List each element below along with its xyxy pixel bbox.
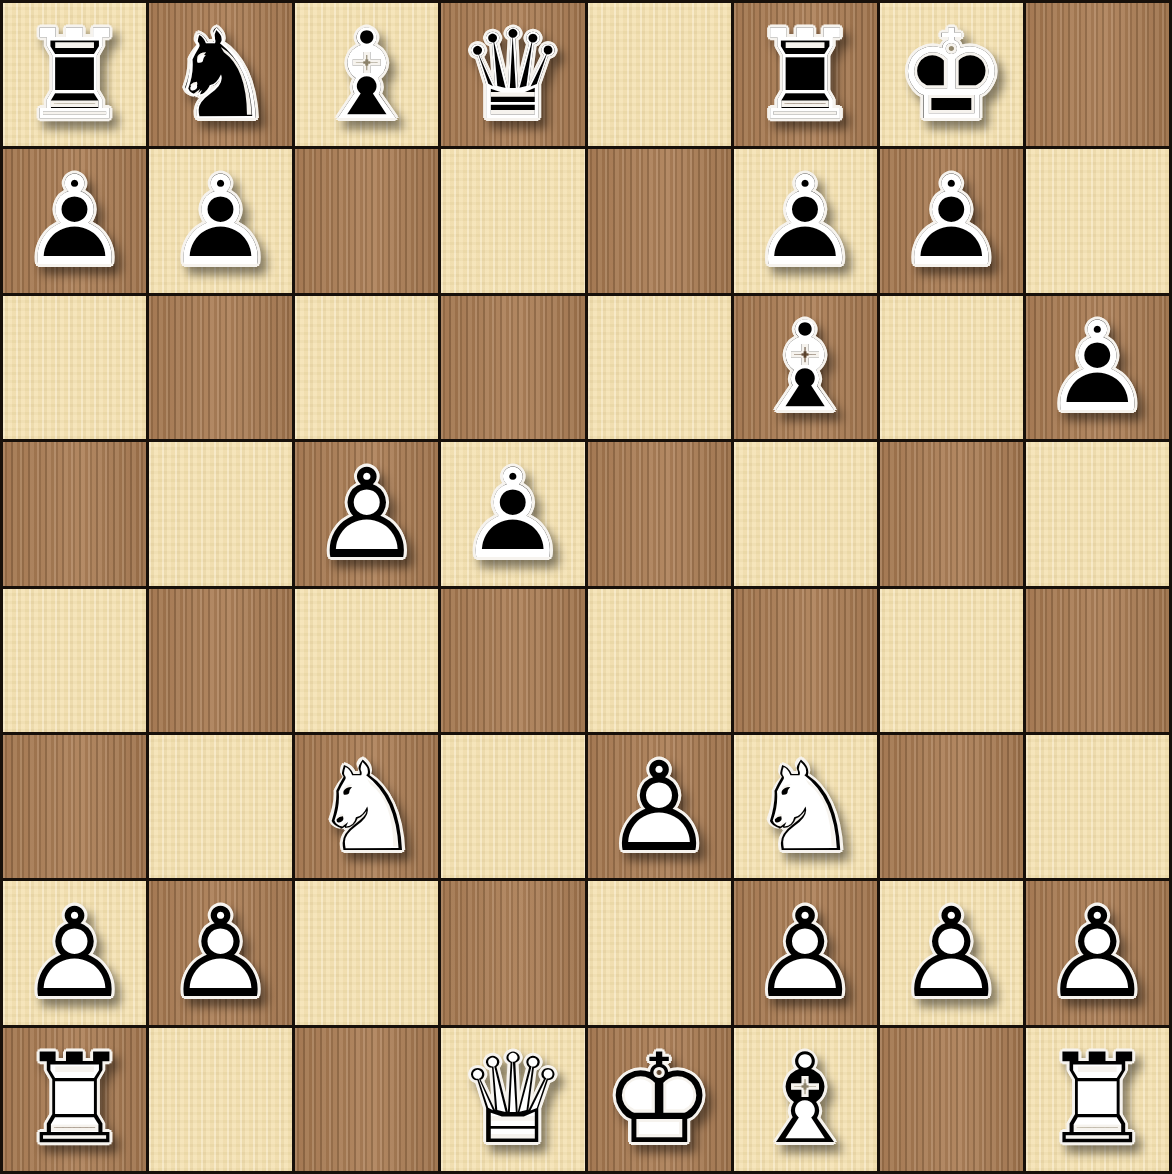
white-pawn[interactable]: ♟♙	[1026, 881, 1169, 1024]
square-d1[interactable]: ♛♕	[441, 1028, 584, 1171]
piece-detail: ♖	[734, 3, 877, 146]
piece-detail: ♘	[734, 735, 877, 878]
square-f2[interactable]: ♟♙	[734, 881, 877, 1024]
square-e3[interactable]: ♟♙	[588, 735, 731, 878]
square-d5[interactable]: ♟♙	[441, 442, 584, 585]
square-d6[interactable]	[441, 296, 584, 439]
square-a5[interactable]	[3, 442, 146, 585]
square-b5[interactable]	[149, 442, 292, 585]
white-rook[interactable]: ♜♖	[1026, 1028, 1169, 1171]
white-knight[interactable]: ♞♘	[734, 735, 877, 878]
black-pawn[interactable]: ♟♙	[1026, 296, 1169, 439]
piece-detail: ♙	[149, 881, 292, 1024]
black-rook[interactable]: ♜♖	[734, 3, 877, 146]
square-c3[interactable]: ♞♘	[295, 735, 438, 878]
piece-detail: ♗	[295, 3, 438, 146]
square-g4[interactable]	[880, 589, 1023, 732]
square-e6[interactable]	[588, 296, 731, 439]
black-queen[interactable]: ♛♕	[441, 3, 584, 146]
square-c5[interactable]: ♟♙	[295, 442, 438, 585]
square-d7[interactable]	[441, 149, 584, 292]
piece-detail: ♙	[3, 149, 146, 292]
piece-detail: ♙	[295, 442, 438, 585]
square-e1[interactable]: ♚♔	[588, 1028, 731, 1171]
white-queen[interactable]: ♛♕	[441, 1028, 584, 1171]
square-e5[interactable]	[588, 442, 731, 585]
white-pawn[interactable]: ♟♙	[880, 881, 1023, 1024]
square-g8[interactable]: ♚♔	[880, 3, 1023, 146]
square-f1[interactable]: ♝♗	[734, 1028, 877, 1171]
square-a4[interactable]	[3, 589, 146, 732]
white-pawn[interactable]: ♟♙	[734, 881, 877, 1024]
square-e4[interactable]	[588, 589, 731, 732]
piece-detail: ♗	[734, 296, 877, 439]
piece-detail: ♙	[734, 881, 877, 1024]
black-pawn[interactable]: ♟♙	[149, 149, 292, 292]
white-bishop[interactable]: ♝♗	[734, 1028, 877, 1171]
square-g5[interactable]	[880, 442, 1023, 585]
piece-detail: ♖	[3, 1028, 146, 1171]
square-c7[interactable]	[295, 149, 438, 292]
black-pawn[interactable]: ♟♙	[880, 149, 1023, 292]
white-knight[interactable]: ♞♘	[295, 735, 438, 878]
square-h5[interactable]	[1026, 442, 1169, 585]
piece-detail: ♘	[149, 3, 292, 146]
square-b6[interactable]	[149, 296, 292, 439]
square-d2[interactable]	[441, 881, 584, 1024]
white-pawn[interactable]: ♟♙	[149, 881, 292, 1024]
square-f6[interactable]: ♝♗	[734, 296, 877, 439]
square-a3[interactable]	[3, 735, 146, 878]
square-b1[interactable]	[149, 1028, 292, 1171]
square-d4[interactable]	[441, 589, 584, 732]
piece-detail: ♗	[734, 1028, 877, 1171]
square-g7[interactable]: ♟♙	[880, 149, 1023, 292]
square-g1[interactable]	[880, 1028, 1023, 1171]
square-h1[interactable]: ♜♖	[1026, 1028, 1169, 1171]
square-f3[interactable]: ♞♘	[734, 735, 877, 878]
piece-detail: ♙	[588, 735, 731, 878]
piece-detail: ♖	[3, 3, 146, 146]
square-a7[interactable]: ♟♙	[3, 149, 146, 292]
square-f5[interactable]	[734, 442, 877, 585]
piece-detail: ♙	[1026, 296, 1169, 439]
white-pawn[interactable]: ♟♙	[3, 881, 146, 1024]
square-b4[interactable]	[149, 589, 292, 732]
piece-detail: ♙	[3, 881, 146, 1024]
square-a1[interactable]: ♜♖	[3, 1028, 146, 1171]
square-a6[interactable]	[3, 296, 146, 439]
piece-detail: ♔	[880, 3, 1023, 146]
piece-detail: ♙	[1026, 881, 1169, 1024]
square-f7[interactable]: ♟♙	[734, 149, 877, 292]
square-c1[interactable]	[295, 1028, 438, 1171]
square-h7[interactable]	[1026, 149, 1169, 292]
square-e7[interactable]	[588, 149, 731, 292]
black-bishop[interactable]: ♝♗	[734, 296, 877, 439]
square-c4[interactable]	[295, 589, 438, 732]
square-h2[interactable]: ♟♙	[1026, 881, 1169, 1024]
piece-detail: ♕	[441, 1028, 584, 1171]
black-pawn[interactable]: ♟♙	[734, 149, 877, 292]
piece-detail: ♙	[149, 149, 292, 292]
piece-detail: ♘	[295, 735, 438, 878]
piece-detail: ♙	[734, 149, 877, 292]
square-c6[interactable]	[295, 296, 438, 439]
square-h6[interactable]: ♟♙	[1026, 296, 1169, 439]
white-king[interactable]: ♚♔	[588, 1028, 731, 1171]
black-pawn[interactable]: ♟♙	[3, 149, 146, 292]
square-a2[interactable]: ♟♙	[3, 881, 146, 1024]
square-h4[interactable]	[1026, 589, 1169, 732]
white-rook[interactable]: ♜♖	[3, 1028, 146, 1171]
square-a8[interactable]: ♜♖	[3, 3, 146, 146]
square-d8[interactable]: ♛♕	[441, 3, 584, 146]
square-b8[interactable]: ♞♘	[149, 3, 292, 146]
square-f8[interactable]: ♜♖	[734, 3, 877, 146]
square-f4[interactable]	[734, 589, 877, 732]
black-rook[interactable]: ♜♖	[3, 3, 146, 146]
piece-detail: ♙	[441, 442, 584, 585]
square-h3[interactable]	[1026, 735, 1169, 878]
black-knight[interactable]: ♞♘	[149, 3, 292, 146]
black-bishop[interactable]: ♝♗	[295, 3, 438, 146]
black-king[interactable]: ♚♔	[880, 3, 1023, 146]
square-g3[interactable]	[880, 735, 1023, 878]
square-b2[interactable]: ♟♙	[149, 881, 292, 1024]
piece-detail: ♖	[1026, 1028, 1169, 1171]
square-g2[interactable]: ♟♙	[880, 881, 1023, 1024]
square-h8[interactable]	[1026, 3, 1169, 146]
square-b3[interactable]	[149, 735, 292, 878]
square-c8[interactable]: ♝♗	[295, 3, 438, 146]
chess-board: ♜♖♞♘♝♗♛♕♜♖♚♔♟♙♟♙♟♙♟♙♝♗♟♙♟♙♟♙♞♘♟♙♞♘♟♙♟♙♟♙…	[0, 0, 1172, 1174]
black-pawn[interactable]: ♟♙	[441, 442, 584, 585]
white-pawn[interactable]: ♟♙	[295, 442, 438, 585]
square-b7[interactable]: ♟♙	[149, 149, 292, 292]
white-pawn[interactable]: ♟♙	[588, 735, 731, 878]
square-d3[interactable]	[441, 735, 584, 878]
piece-detail: ♕	[441, 3, 584, 146]
piece-detail: ♙	[880, 881, 1023, 1024]
piece-detail: ♙	[880, 149, 1023, 292]
square-c2[interactable]	[295, 881, 438, 1024]
square-e2[interactable]	[588, 881, 731, 1024]
piece-detail: ♔	[588, 1028, 731, 1171]
square-g6[interactable]	[880, 296, 1023, 439]
square-e8[interactable]	[588, 3, 731, 146]
